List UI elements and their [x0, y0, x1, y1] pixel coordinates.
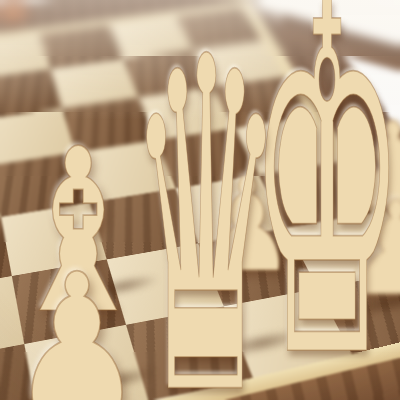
chess-photo-scene: ♟♟♟♝♟♚♛: [0, 0, 400, 400]
piece-white-queen-f2: ♛: [127, 0, 285, 400]
piece-white-pawn-e2: ♟: [10, 250, 144, 400]
